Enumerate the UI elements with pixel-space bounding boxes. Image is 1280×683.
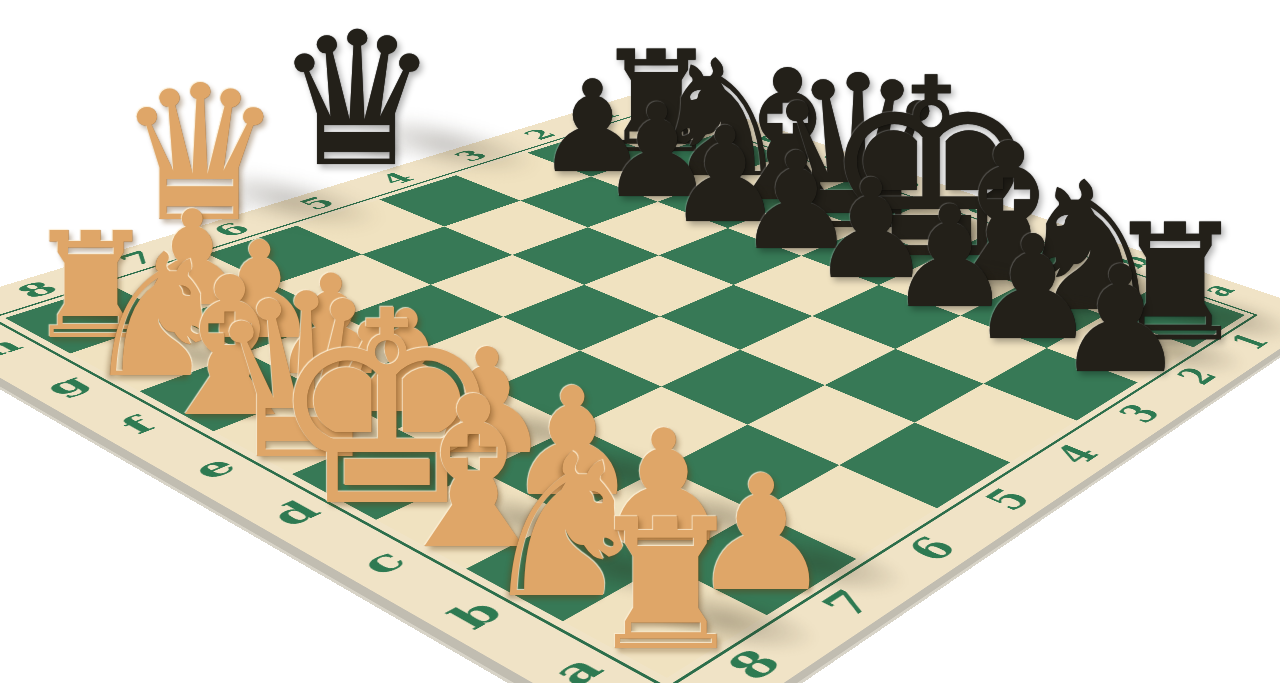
- rank-label-right-7: 7: [814, 585, 882, 622]
- file-label-near-e: e: [183, 453, 244, 483]
- rank-label-right-2: 2: [1171, 364, 1225, 388]
- board-grid: [5, 112, 1245, 678]
- file-label-near-d: d: [262, 497, 328, 531]
- rank-label-right-1: 1: [1225, 331, 1277, 353]
- file-label-near-g: g: [36, 372, 96, 399]
- piece-shadow: [339, 132, 411, 162]
- file-label-near-b: b: [441, 595, 512, 634]
- rank-label-right-5: 5: [978, 484, 1040, 515]
- file-label-near-a: a: [541, 651, 613, 683]
- rank-label-right-8: 8: [719, 644, 791, 683]
- rank-label-right-6: 6: [900, 532, 965, 566]
- file-label-near-f: f: [113, 413, 163, 437]
- product-photo-stage: 11hh22gg33ff44ee55dd66cc77bb88aa ♜♞♝♚♛♝♞…: [0, 0, 1280, 683]
- rank-label-right-4: 4: [1048, 440, 1107, 468]
- chess-board: 11hh22gg33ff44ee55dd66cc77bb88aa: [0, 88, 1280, 683]
- file-label-near-h: h: [0, 335, 29, 361]
- rank-label-right-3: 3: [1112, 401, 1168, 427]
- file-label-near-c: c: [350, 545, 415, 579]
